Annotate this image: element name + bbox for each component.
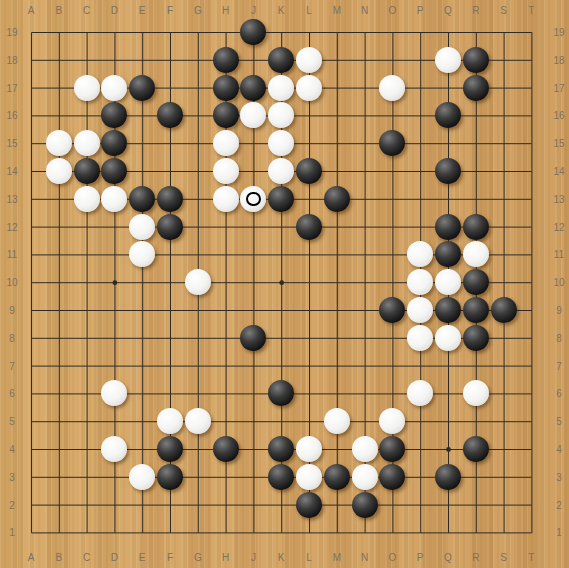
- black-stone-R18: [463, 47, 489, 73]
- white-stone-G5: [185, 408, 211, 434]
- row-label-right: 19: [553, 27, 564, 38]
- row-label-left: 8: [9, 332, 15, 343]
- row-label-right: 11: [554, 249, 564, 260]
- white-stone-O17: [379, 75, 405, 101]
- column-label-bottom: M: [333, 552, 341, 563]
- black-stone-H16: [213, 102, 239, 128]
- row-label-left: 11: [7, 249, 17, 260]
- black-stone-J19: [240, 19, 266, 45]
- column-label-bottom: S: [500, 552, 507, 563]
- black-stone-R12: [463, 214, 489, 240]
- black-stone-E17: [129, 75, 155, 101]
- row-label-left: 2: [9, 499, 15, 510]
- white-stone-R6: [463, 380, 489, 406]
- row-label-right: 5: [556, 416, 562, 427]
- white-stone-C15: [74, 130, 100, 156]
- white-stone-F5: [157, 408, 183, 434]
- black-stone-K6: [268, 380, 294, 406]
- black-stone-O4: [379, 436, 405, 462]
- white-stone-P6: [407, 380, 433, 406]
- white-stone-N3: [352, 464, 378, 490]
- black-stone-K4: [268, 436, 294, 462]
- white-stone-L18: [296, 47, 322, 73]
- black-stone-C14: [74, 158, 100, 184]
- black-stone-F13: [157, 186, 183, 212]
- column-label-top: F: [167, 5, 173, 16]
- column-label-bottom: D: [111, 552, 118, 563]
- column-label-bottom: G: [194, 552, 202, 563]
- white-stone-E3: [129, 464, 155, 490]
- white-stone-K16: [268, 102, 294, 128]
- white-stone-P9: [407, 297, 433, 323]
- white-stone-G10: [185, 269, 211, 295]
- row-label-right: 8: [556, 332, 562, 343]
- black-stone-M13: [324, 186, 350, 212]
- row-label-right: 9: [556, 305, 562, 316]
- black-stone-R8: [463, 325, 489, 351]
- row-label-right: 7: [556, 360, 562, 371]
- white-stone-P11: [407, 241, 433, 267]
- column-label-top: R: [472, 5, 479, 16]
- white-stone-H15: [213, 130, 239, 156]
- black-stone-F16: [157, 102, 183, 128]
- black-stone-L14: [296, 158, 322, 184]
- white-stone-K14: [268, 158, 294, 184]
- black-stone-O3: [379, 464, 405, 490]
- white-stone-H13: [213, 186, 239, 212]
- black-stone-R9: [463, 297, 489, 323]
- column-label-bottom: A: [28, 552, 35, 563]
- black-stone-F12: [157, 214, 183, 240]
- column-label-top: J: [251, 5, 256, 16]
- row-label-left: 14: [6, 166, 17, 177]
- column-label-bottom: T: [528, 552, 534, 563]
- row-label-right: 2: [556, 499, 562, 510]
- black-stone-J8: [240, 325, 266, 351]
- column-label-top: G: [194, 5, 202, 16]
- column-label-top: O: [389, 5, 397, 16]
- column-label-bottom: J: [251, 552, 256, 563]
- black-stone-L12: [296, 214, 322, 240]
- black-stone-N2: [352, 492, 378, 518]
- black-stone-K3: [268, 464, 294, 490]
- black-stone-S9: [491, 297, 517, 323]
- white-stone-N4: [352, 436, 378, 462]
- row-label-right: 6: [556, 388, 562, 399]
- row-label-left: 5: [9, 416, 15, 427]
- row-label-left: 18: [6, 54, 17, 65]
- white-stone-Q10: [435, 269, 461, 295]
- row-label-left: 3: [9, 471, 15, 482]
- column-label-top: H: [222, 5, 229, 16]
- column-label-top: A: [28, 5, 35, 16]
- white-stone-D4: [101, 436, 127, 462]
- row-label-right: 16: [553, 110, 564, 121]
- black-stone-O15: [379, 130, 405, 156]
- row-label-right: 12: [553, 221, 564, 232]
- black-stone-R17: [463, 75, 489, 101]
- black-stone-K18: [268, 47, 294, 73]
- white-stone-Q18: [435, 47, 461, 73]
- black-stone-D16: [101, 102, 127, 128]
- black-stone-K13: [268, 186, 294, 212]
- black-stone-H17: [213, 75, 239, 101]
- row-label-left: 1: [9, 527, 15, 538]
- white-stone-D17: [101, 75, 127, 101]
- column-label-bottom: C: [83, 552, 90, 563]
- black-stone-E13: [129, 186, 155, 212]
- black-stone-F3: [157, 464, 183, 490]
- white-stone-L4: [296, 436, 322, 462]
- black-stone-Q12: [435, 214, 461, 240]
- white-stone-B15: [46, 130, 72, 156]
- white-stone-Q8: [435, 325, 461, 351]
- white-stone-C17: [74, 75, 100, 101]
- row-label-left: 15: [6, 138, 17, 149]
- column-label-top: B: [55, 5, 62, 16]
- column-label-bottom: B: [55, 552, 62, 563]
- row-label-right: 13: [553, 193, 564, 204]
- column-label-bottom: O: [389, 552, 397, 563]
- column-label-bottom: K: [278, 552, 285, 563]
- black-stone-D15: [101, 130, 127, 156]
- white-stone-E12: [129, 214, 155, 240]
- column-label-bottom: N: [361, 552, 368, 563]
- column-label-bottom: R: [472, 552, 479, 563]
- column-label-top: L: [306, 5, 312, 16]
- row-label-left: 17: [6, 82, 17, 93]
- white-stone-B14: [46, 158, 72, 184]
- column-label-top: M: [333, 5, 341, 16]
- white-stone-L17: [296, 75, 322, 101]
- column-label-top: S: [500, 5, 507, 16]
- black-stone-Q11: [435, 241, 461, 267]
- board-click-area[interactable]: [17, 18, 545, 546]
- white-stone-J16: [240, 102, 266, 128]
- column-label-bottom: Q: [444, 552, 452, 563]
- column-label-bottom: F: [167, 552, 173, 563]
- black-stone-R4: [463, 436, 489, 462]
- column-label-top: Q: [444, 5, 452, 16]
- white-stone-H14: [213, 158, 239, 184]
- black-stone-F4: [157, 436, 183, 462]
- black-stone-J17: [240, 75, 266, 101]
- black-stone-D14: [101, 158, 127, 184]
- white-stone-D6: [101, 380, 127, 406]
- row-label-right: 15: [553, 138, 564, 149]
- row-label-right: 3: [556, 471, 562, 482]
- row-label-left: 19: [6, 27, 17, 38]
- row-label-right: 10: [553, 277, 564, 288]
- white-stone-P8: [407, 325, 433, 351]
- black-stone-O9: [379, 297, 405, 323]
- black-stone-L2: [296, 492, 322, 518]
- row-label-right: 17: [553, 82, 564, 93]
- black-stone-H18: [213, 47, 239, 73]
- white-stone-D13: [101, 186, 127, 212]
- white-stone-R11: [463, 241, 489, 267]
- column-label-top: C: [83, 5, 90, 16]
- white-stone-E11: [129, 241, 155, 267]
- white-stone-P10: [407, 269, 433, 295]
- black-stone-M3: [324, 464, 350, 490]
- white-stone-O5: [379, 408, 405, 434]
- column-label-top: P: [417, 5, 424, 16]
- row-label-right: 18: [553, 54, 564, 65]
- black-stone-Q16: [435, 102, 461, 128]
- white-stone-M5: [324, 408, 350, 434]
- row-label-left: 6: [9, 388, 15, 399]
- row-label-left: 16: [6, 110, 17, 121]
- go-board: AABBCCDDEEFFGGHHJJKKLLMMNNOOPPQQRRSSTT19…: [0, 0, 569, 568]
- column-label-bottom: H: [222, 552, 229, 563]
- row-label-left: 7: [9, 360, 15, 371]
- row-label-left: 13: [6, 193, 17, 204]
- black-stone-H4: [213, 436, 239, 462]
- row-label-left: 4: [9, 444, 15, 455]
- column-label-bottom: P: [417, 552, 424, 563]
- column-label-top: T: [528, 5, 534, 16]
- black-stone-R10: [463, 269, 489, 295]
- white-stone-K15: [268, 130, 294, 156]
- column-label-bottom: L: [306, 552, 312, 563]
- white-stone-J13: [240, 186, 266, 212]
- row-label-left: 9: [9, 305, 15, 316]
- white-stone-K17: [268, 75, 294, 101]
- row-label-right: 4: [556, 444, 562, 455]
- black-stone-Q3: [435, 464, 461, 490]
- row-label-left: 10: [6, 277, 17, 288]
- last-move-marker: [246, 192, 261, 207]
- column-label-top: D: [111, 5, 118, 16]
- column-label-top: E: [139, 5, 146, 16]
- white-stone-C13: [74, 186, 100, 212]
- black-stone-Q9: [435, 297, 461, 323]
- black-stone-Q14: [435, 158, 461, 184]
- column-label-top: N: [361, 5, 368, 16]
- column-label-top: K: [278, 5, 285, 16]
- column-label-bottom: E: [139, 552, 146, 563]
- row-label-right: 14: [553, 166, 564, 177]
- row-label-left: 12: [6, 221, 17, 232]
- row-label-right: 1: [556, 527, 562, 538]
- white-stone-L3: [296, 464, 322, 490]
